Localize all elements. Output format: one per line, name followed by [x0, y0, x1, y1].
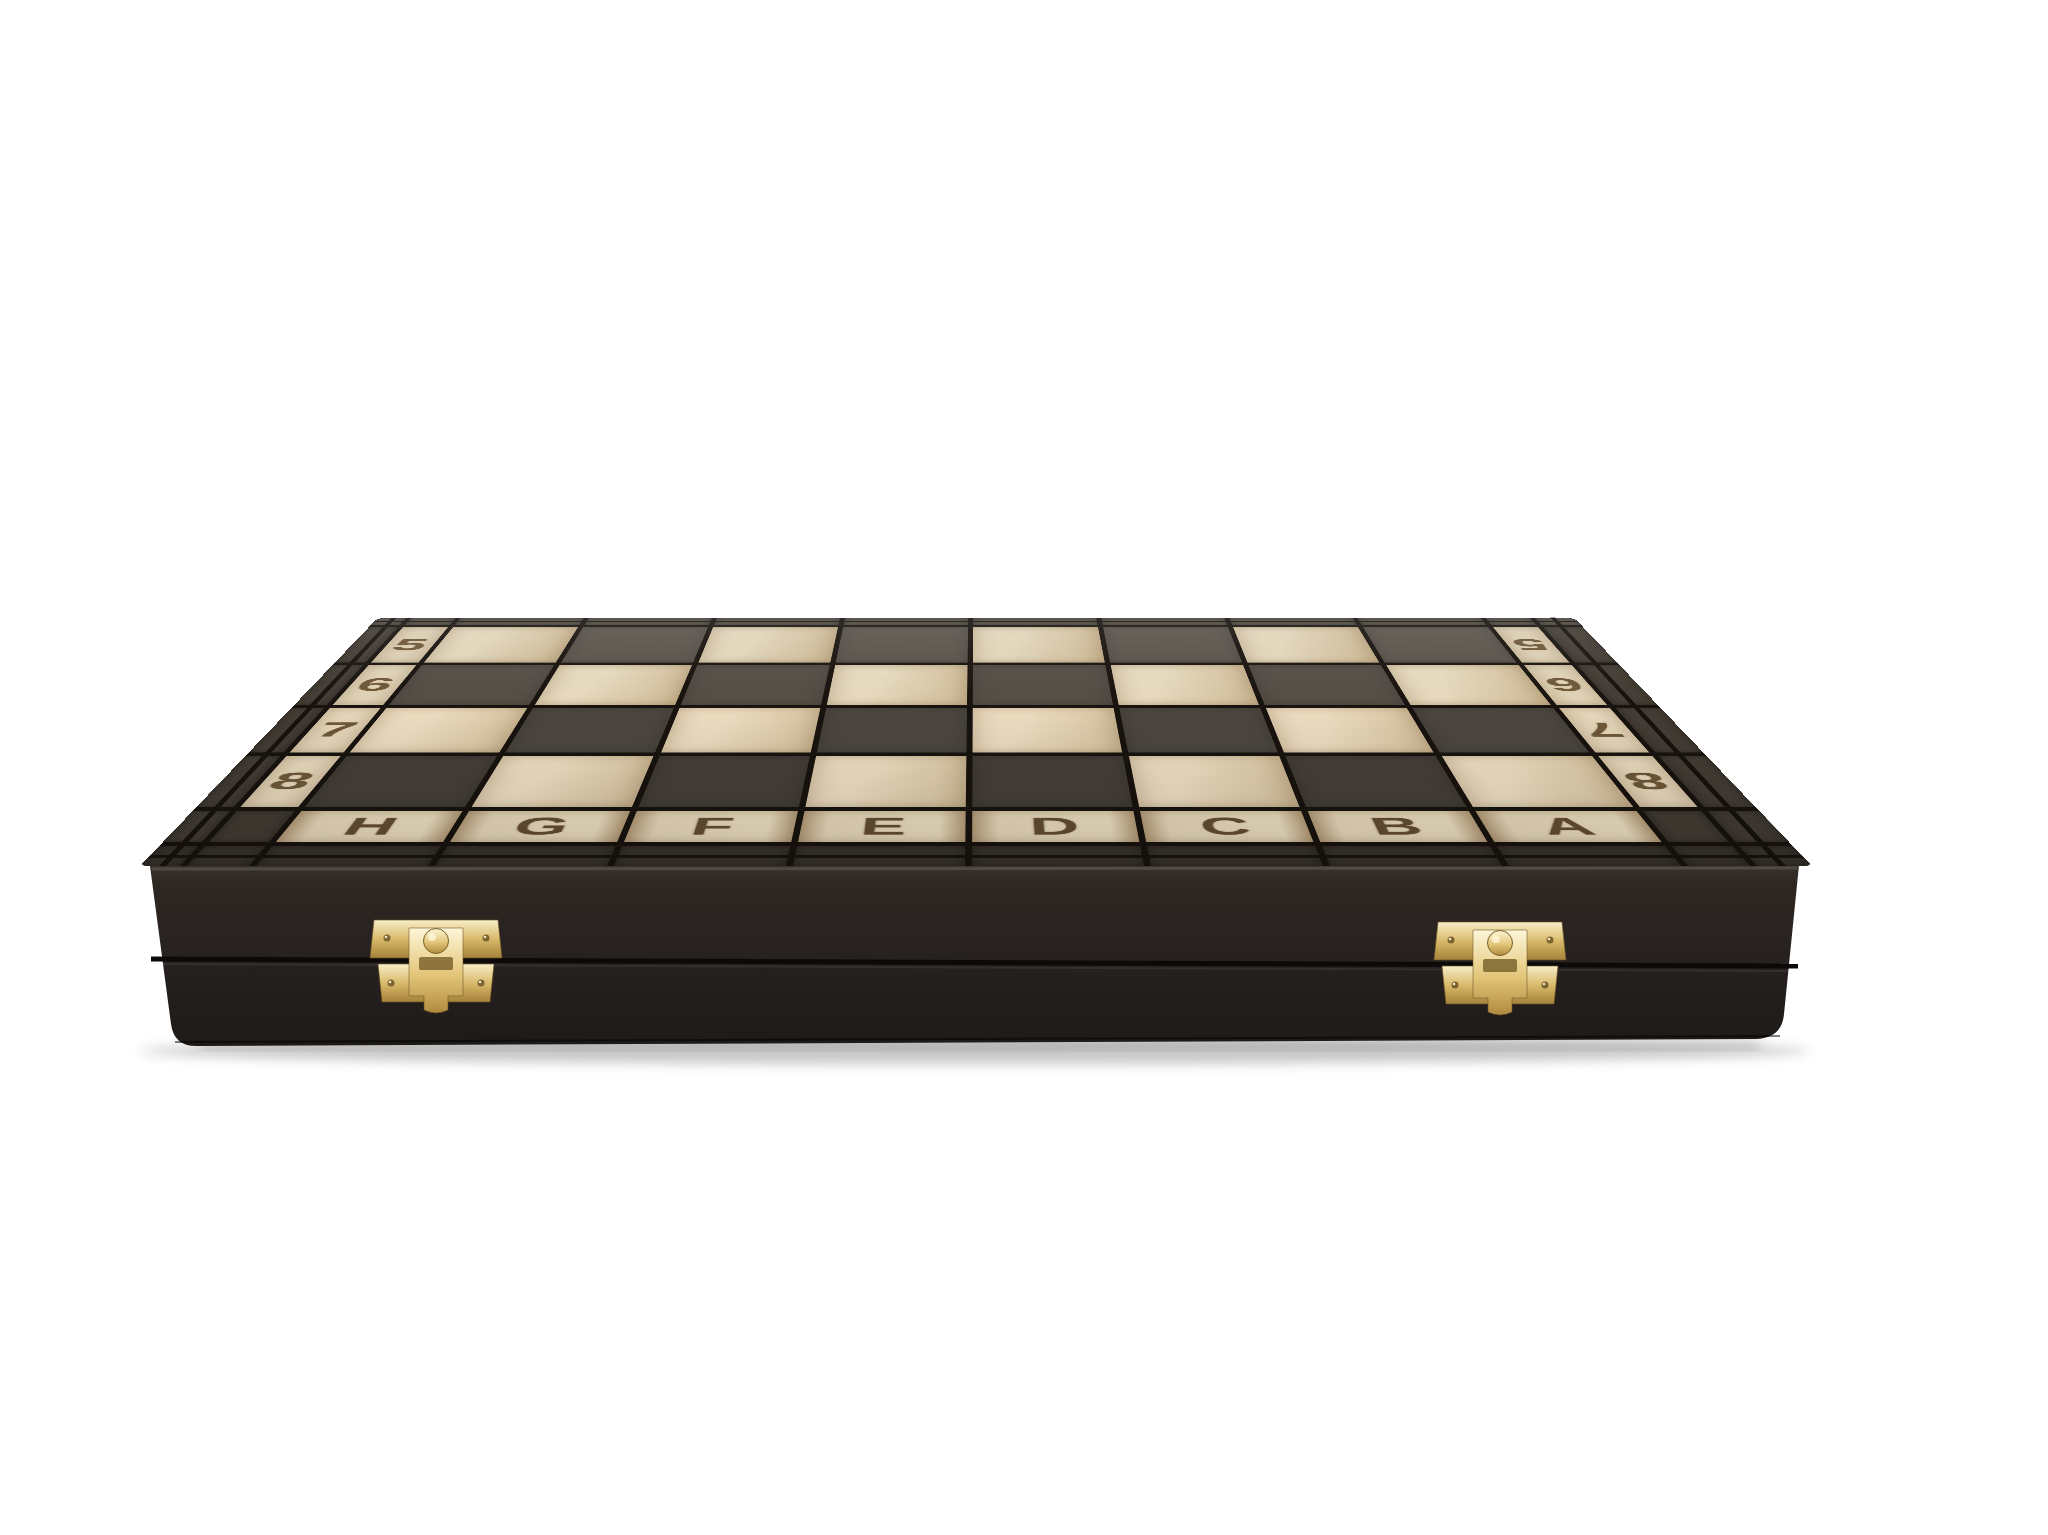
square-h7	[350, 708, 528, 753]
rank-label-left-6: 6	[349, 674, 402, 695]
square-d5	[973, 627, 1105, 662]
file-label-cell-d: D	[972, 811, 1139, 842]
file-label-cell-c: C	[1140, 811, 1313, 842]
file-label-b: B	[1365, 813, 1428, 840]
square-b8	[1285, 756, 1466, 807]
latch-right	[1434, 922, 1566, 1015]
file-label-e: E	[859, 813, 908, 840]
rank-label-right-7: 7	[1575, 718, 1632, 742]
file-label-c: C	[1197, 813, 1255, 840]
square-h6	[389, 665, 554, 705]
square-f5	[698, 627, 838, 662]
rank-label-left-7: 7	[308, 718, 365, 742]
file-label-g: G	[507, 813, 575, 840]
file-label-cell-f: F	[624, 811, 798, 842]
latch-left	[370, 920, 502, 1013]
rank-label-left-5: 5	[386, 635, 435, 654]
square-f6	[681, 665, 830, 705]
square-d8	[972, 756, 1132, 807]
file-label-cell-b: B	[1308, 811, 1488, 842]
rank-label-right-8: 8	[1616, 767, 1678, 794]
file-label-a: A	[1533, 813, 1602, 840]
square-g6	[535, 665, 692, 705]
rank-label-right-5: 5	[1507, 635, 1555, 654]
page-background: { "game": "chess", "position": "8/8/8/8/…	[0, 0, 2048, 1535]
square-g5	[561, 627, 708, 662]
square-h5	[424, 627, 578, 662]
rank-label-left-8: 8	[260, 767, 323, 794]
rank-label-right-6: 6	[1539, 674, 1591, 695]
square-b7	[1266, 708, 1434, 753]
file-label-h: H	[336, 813, 406, 840]
lid-edge-highlight	[152, 868, 1797, 869]
file-label-f: F	[687, 813, 738, 840]
square-f8	[638, 756, 810, 807]
square-g7	[505, 708, 674, 753]
square-a7	[1412, 708, 1589, 753]
file-label-cell-e: E	[798, 811, 966, 842]
file-label-cell-h: H	[276, 811, 463, 842]
square-f7	[661, 708, 820, 753]
file-label-d: D	[1029, 813, 1081, 840]
file-label-cell-a: A	[1475, 811, 1661, 842]
square-a5	[1363, 627, 1516, 662]
box-top-surface: 55667788HGFEDCBA	[140, 618, 1812, 866]
square-e7	[817, 708, 967, 753]
board-grid: 55667788HGFEDCBA	[140, 618, 1812, 866]
square-a6	[1386, 665, 1550, 705]
square-d6	[973, 665, 1113, 705]
square-d7	[973, 708, 1123, 753]
square-b5	[1233, 627, 1379, 662]
square-e5	[836, 627, 968, 662]
border-groove-front	[148, 855, 1804, 858]
square-b6	[1249, 665, 1405, 705]
square-e8	[805, 756, 966, 807]
square-c8	[1129, 756, 1300, 807]
square-c7	[1119, 708, 1278, 753]
square-c6	[1111, 665, 1259, 705]
file-label-cell-g: G	[450, 811, 630, 842]
border-groove-back	[374, 621, 1579, 623]
square-g8	[471, 756, 653, 807]
square-e6	[827, 665, 968, 705]
square-c5	[1103, 627, 1242, 662]
